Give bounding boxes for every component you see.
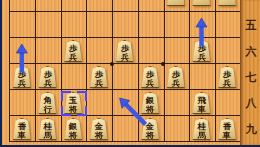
rank-label: 九 (241, 124, 260, 135)
board-cell[interactable] (165, 38, 191, 64)
piece-tile (192, 0, 212, 6)
piece-kanji: 馬 (43, 131, 51, 140)
piece-kanji: 車 (223, 131, 231, 140)
board-cell[interactable] (87, 12, 113, 38)
board-cell[interactable] (165, 116, 191, 142)
board-cell[interactable] (10, 38, 36, 64)
board-cell[interactable] (87, 38, 113, 64)
board-cell[interactable] (165, 12, 191, 38)
board-cell[interactable] (113, 12, 139, 38)
piece-tile (217, 0, 237, 6)
rank-label: 七 (241, 72, 260, 83)
cursor-corner (61, 91, 71, 101)
board-cell[interactable] (36, 12, 62, 38)
hoshi-dot (161, 62, 165, 66)
app-window: 歩兵歩兵歩兵歩兵歩兵歩兵歩兵歩兵歩兵角行玉将銀将飛車香車桂馬銀将金将金将桂馬香車… (0, 0, 260, 147)
piece-tile (166, 0, 186, 6)
rank-label: 六 (241, 46, 260, 57)
cursor-corner (77, 91, 87, 101)
piece-kanji: 兵 (223, 79, 231, 88)
piece-kanji: 兵 (146, 79, 154, 88)
piece-kanji: 兵 (95, 79, 103, 88)
board-cell[interactable] (62, 12, 88, 38)
board-cell[interactable] (113, 64, 139, 90)
rank-label: 八 (241, 98, 260, 109)
piece-kanji: 兵 (18, 79, 26, 88)
piece-kanji: 兵 (43, 79, 51, 88)
shogi-board: 歩兵歩兵歩兵歩兵歩兵歩兵歩兵歩兵歩兵角行玉将銀将飛車香車桂馬銀将金将金将桂馬香車 (2, 0, 240, 145)
board-cell[interactable] (113, 90, 139, 116)
cursor-corner (61, 106, 71, 116)
board-cell[interactable] (36, 38, 62, 64)
board-cell[interactable] (190, 12, 216, 38)
board-cell[interactable] (139, 0, 165, 12)
board-cell[interactable] (216, 90, 240, 116)
piece-kanji: 将 (146, 131, 154, 140)
piece-kanji: 将 (146, 105, 154, 114)
board-cell[interactable] (165, 90, 191, 116)
piece-kanji: 行 (43, 105, 51, 114)
rank-label-frame: 五六七八九 (240, 0, 260, 145)
board-cell[interactable] (190, 64, 216, 90)
board-cell[interactable] (113, 116, 139, 142)
board-cell[interactable] (216, 38, 240, 64)
piece-kanji: 将 (95, 131, 103, 140)
board-cell[interactable] (10, 0, 36, 12)
piece-kanji: 馬 (197, 131, 205, 140)
board-cell[interactable] (216, 12, 240, 38)
board-cell[interactable] (87, 90, 113, 116)
board-cell[interactable] (36, 0, 62, 12)
board-cell[interactable] (139, 12, 165, 38)
selection-cursor (61, 91, 87, 116)
board-cell[interactable] (10, 90, 36, 116)
piece-kanji: 兵 (172, 79, 180, 88)
rank-label: 五 (241, 20, 260, 31)
piece-kanji: 車 (18, 131, 26, 140)
piece-kanji: 兵 (69, 53, 77, 62)
hoshi-dot (110, 62, 114, 66)
piece-kanji: 車 (197, 105, 205, 114)
board-cell[interactable] (113, 0, 139, 12)
board-cell[interactable] (87, 0, 113, 12)
board-cell[interactable] (62, 0, 88, 12)
board-cell[interactable] (139, 38, 165, 64)
board-cell[interactable] (10, 12, 36, 38)
piece-kanji: 将 (69, 131, 77, 140)
cursor-corner (77, 106, 87, 116)
piece-kanji: 兵 (120, 53, 128, 62)
piece-kanji: 兵 (197, 53, 205, 62)
board-cell[interactable] (62, 64, 88, 90)
